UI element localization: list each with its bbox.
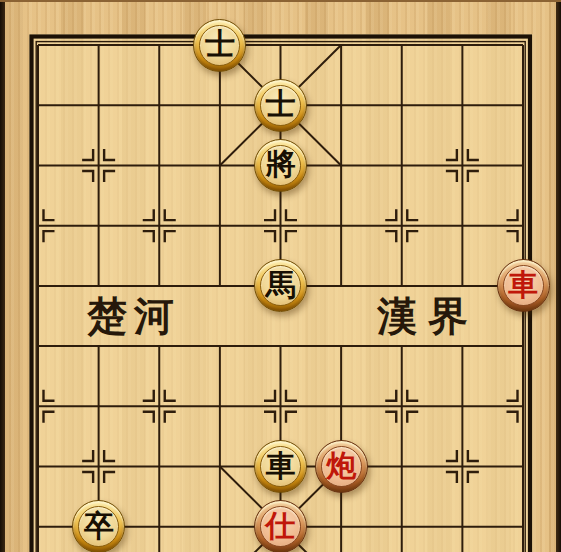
- xiangqi-board-screen: 楚河 漢界 士士將馬車車炮卒仕: [0, 0, 561, 552]
- piece-black-advisor-2[interactable]: 士: [254, 79, 307, 132]
- black-chariot-face: 車: [260, 446, 301, 487]
- black-horse-glyph: 馬: [266, 270, 296, 300]
- screen-edge-top: [0, 0, 561, 2]
- red-chariot-face: 車: [503, 265, 544, 306]
- black-soldier-glyph: 卒: [84, 511, 114, 541]
- black-advisor-face: 士: [199, 25, 240, 66]
- red-cannon-glyph: 炮: [326, 451, 356, 481]
- screen-edge-left: [0, 0, 5, 552]
- river-label-chu-he: 楚河: [87, 294, 181, 338]
- river-label-han-jie: 漢界: [377, 294, 479, 338]
- black-general-glyph: 將: [266, 149, 296, 179]
- piece-black-advisor-1[interactable]: 士: [193, 19, 246, 72]
- red-advisor-face: 仕: [260, 506, 301, 547]
- black-general-face: 將: [260, 145, 301, 186]
- piece-red-chariot[interactable]: 車: [497, 259, 550, 312]
- piece-red-advisor[interactable]: 仕: [254, 500, 307, 552]
- black-chariot-glyph: 車: [266, 451, 296, 481]
- red-advisor-glyph: 仕: [266, 511, 296, 541]
- piece-black-chariot[interactable]: 車: [254, 440, 307, 493]
- black-soldier-face: 卒: [78, 506, 119, 547]
- black-horse-face: 馬: [260, 265, 301, 306]
- screen-edge-right: [556, 0, 561, 552]
- piece-black-horse[interactable]: 馬: [254, 259, 307, 312]
- piece-black-general[interactable]: 將: [254, 139, 307, 192]
- black-advisor-glyph: 士: [266, 89, 296, 119]
- red-chariot-glyph: 車: [508, 270, 538, 300]
- piece-black-soldier[interactable]: 卒: [72, 500, 125, 552]
- black-advisor-face: 士: [260, 85, 301, 126]
- black-advisor-glyph: 士: [205, 29, 235, 59]
- piece-red-cannon[interactable]: 炮: [315, 440, 368, 493]
- red-cannon-face: 炮: [321, 446, 362, 487]
